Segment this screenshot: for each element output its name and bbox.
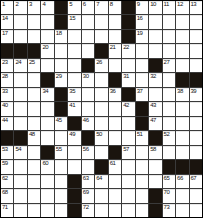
clue-number: 38: [177, 88, 183, 94]
entry-square[interactable]: [163, 117, 175, 130]
clue-number: 54: [15, 146, 21, 152]
black-square: [176, 160, 188, 173]
entry-square[interactable]: [41, 189, 53, 202]
entry-square[interactable]: [82, 44, 94, 57]
entry-square[interactable]: [95, 102, 107, 115]
entry-square[interactable]: [136, 73, 148, 86]
clue-number: 51: [137, 131, 143, 137]
entry-square[interactable]: 49: [68, 131, 80, 144]
entry-square[interactable]: 52: [163, 131, 175, 144]
entry-square[interactable]: 58: [149, 146, 161, 159]
entry-square[interactable]: [122, 175, 134, 188]
clue-number: 57: [123, 146, 129, 152]
entry-square[interactable]: 44: [1, 117, 13, 130]
clue-number: 59: [2, 160, 8, 166]
entry-square[interactable]: 17: [1, 30, 13, 43]
entry-square[interactable]: [41, 117, 53, 130]
black-square: [55, 15, 67, 28]
entry-square[interactable]: 53: [1, 146, 13, 159]
entry-square[interactable]: 14: [1, 15, 13, 28]
entry-square[interactable]: 61: [109, 160, 121, 173]
entry-square[interactable]: [14, 117, 26, 130]
entry-square[interactable]: [68, 73, 80, 86]
entry-square[interactable]: 6: [82, 1, 94, 14]
black-square: [122, 88, 134, 101]
clue-number: 22: [123, 44, 129, 50]
black-square: [14, 131, 26, 144]
clue-number: 43: [150, 102, 156, 108]
entry-square[interactable]: [176, 102, 188, 115]
entry-square[interactable]: 62: [1, 175, 13, 188]
entry-square[interactable]: 29: [55, 73, 67, 86]
entry-square[interactable]: [109, 30, 121, 43]
clue-number: 21: [110, 44, 116, 50]
clue-number: 36: [110, 88, 116, 94]
entry-square[interactable]: [68, 44, 80, 57]
entry-square[interactable]: [14, 204, 26, 217]
entry-square[interactable]: 55: [55, 146, 67, 159]
clue-number: 15: [69, 15, 75, 21]
crossword-puzzle: 1234567891011121314151617181920212223242…: [0, 0, 203, 218]
clue-number: 48: [29, 131, 35, 137]
clue-number: 46: [83, 117, 89, 123]
entry-square[interactable]: [109, 131, 121, 144]
entry-square[interactable]: 33: [1, 88, 13, 101]
clue-number: 70: [164, 189, 170, 195]
entry-square[interactable]: [28, 146, 40, 159]
entry-square[interactable]: [190, 146, 202, 159]
clue-number: 50: [96, 131, 102, 137]
clue-number: 66: [177, 175, 183, 181]
entry-square[interactable]: 5: [68, 1, 80, 14]
black-square: [122, 30, 134, 43]
clue-number: 33: [2, 88, 8, 94]
clue-number: 32: [150, 73, 156, 79]
entry-square[interactable]: [82, 102, 94, 115]
entry-square[interactable]: [149, 30, 161, 43]
entry-square[interactable]: [176, 15, 188, 28]
clue-number: 12: [177, 1, 183, 7]
black-square: [68, 175, 80, 188]
entry-square[interactable]: [68, 146, 80, 159]
entry-square[interactable]: 43: [149, 102, 161, 115]
entry-square[interactable]: [14, 102, 26, 115]
entry-square[interactable]: 21: [109, 44, 121, 57]
black-square: [109, 73, 121, 86]
entry-square[interactable]: [55, 44, 67, 57]
black-square: [136, 117, 148, 130]
black-square: [1, 131, 13, 144]
entry-square[interactable]: [68, 59, 80, 72]
entry-square[interactable]: 40: [1, 102, 13, 115]
entry-square[interactable]: 15: [68, 15, 80, 28]
entry-square[interactable]: [163, 73, 175, 86]
clue-number: 6: [83, 1, 86, 7]
entry-square[interactable]: [163, 88, 175, 101]
entry-square[interactable]: 50: [95, 131, 107, 144]
entry-square[interactable]: [149, 44, 161, 57]
entry-square[interactable]: [190, 102, 202, 115]
entry-square[interactable]: [163, 44, 175, 57]
entry-square[interactable]: [14, 160, 26, 173]
entry-square[interactable]: 12: [176, 1, 188, 14]
entry-square[interactable]: [109, 189, 121, 202]
clue-number: 45: [56, 117, 62, 123]
entry-square[interactable]: [163, 102, 175, 115]
entry-square[interactable]: 9: [136, 1, 148, 14]
entry-square[interactable]: [95, 73, 107, 86]
entry-square[interactable]: 13: [190, 1, 202, 14]
entry-square[interactable]: 71: [1, 204, 13, 217]
entry-square[interactable]: [28, 88, 40, 101]
clue-number: 28: [2, 73, 8, 79]
entry-square[interactable]: [95, 146, 107, 159]
clue-number: 26: [96, 59, 102, 65]
clue-number: 56: [83, 146, 89, 152]
black-square: [41, 146, 53, 159]
entry-square[interactable]: [41, 30, 53, 43]
clue-number: 20: [42, 44, 48, 50]
clue-number: 24: [15, 59, 21, 65]
entry-square[interactable]: 20: [41, 44, 53, 57]
black-square: [14, 44, 26, 57]
clue-number: 1: [2, 1, 5, 7]
entry-square[interactable]: [136, 189, 148, 202]
entry-square[interactable]: [136, 146, 148, 159]
clue-number: 62: [2, 175, 8, 181]
clue-number: 27: [164, 59, 170, 65]
black-square: [68, 204, 80, 217]
clue-number: 61: [110, 160, 116, 166]
entry-square[interactable]: 7: [95, 1, 107, 14]
entry-square[interactable]: [68, 30, 80, 43]
clue-number: 34: [42, 88, 48, 94]
black-square: [68, 117, 80, 130]
entry-square[interactable]: [28, 175, 40, 188]
entry-square[interactable]: [176, 131, 188, 144]
clue-number: 17: [2, 30, 8, 36]
entry-square[interactable]: 16: [136, 15, 148, 28]
entry-square[interactable]: 28: [1, 73, 13, 86]
entry-square[interactable]: [55, 204, 67, 217]
entry-square[interactable]: [149, 15, 161, 28]
entry-square[interactable]: [163, 30, 175, 43]
entry-square[interactable]: [28, 102, 40, 115]
clue-number: 67: [191, 175, 197, 181]
entry-square[interactable]: [176, 146, 188, 159]
entry-square[interactable]: [95, 88, 107, 101]
entry-square[interactable]: 39: [190, 88, 202, 101]
entry-square[interactable]: 37: [136, 88, 148, 101]
entry-square[interactable]: 67: [190, 175, 202, 188]
clue-number: 65: [164, 175, 170, 181]
entry-square[interactable]: 73: [163, 204, 175, 217]
clue-number: 11: [164, 1, 169, 7]
entry-square[interactable]: 57: [122, 146, 134, 159]
black-square: [122, 15, 134, 28]
entry-square[interactable]: 48: [28, 131, 40, 144]
entry-square[interactable]: [136, 59, 148, 72]
entry-square[interactable]: 11: [163, 1, 175, 14]
entry-square[interactable]: 27: [163, 59, 175, 72]
black-square: [28, 44, 40, 57]
entry-square[interactable]: [122, 59, 134, 72]
entry-square[interactable]: [109, 59, 121, 72]
entry-square[interactable]: [41, 102, 53, 115]
entry-square[interactable]: [55, 131, 67, 144]
entry-square[interactable]: [28, 15, 40, 28]
entry-square[interactable]: 36: [109, 88, 121, 101]
entry-square[interactable]: 56: [82, 146, 94, 159]
black-square: [176, 73, 188, 86]
black-square: [149, 59, 161, 72]
black-square: [109, 146, 121, 159]
entry-square[interactable]: [190, 30, 202, 43]
entry-square[interactable]: [28, 117, 40, 130]
entry-square[interactable]: 46: [82, 117, 94, 130]
entry-square[interactable]: [176, 30, 188, 43]
black-square: [68, 189, 80, 202]
entry-square[interactable]: [95, 117, 107, 130]
clue-number: 7: [96, 1, 99, 7]
clue-number: 10: [150, 1, 156, 7]
entry-square[interactable]: [176, 117, 188, 130]
entry-square[interactable]: [14, 88, 26, 101]
entry-square[interactable]: [95, 15, 107, 28]
clue-number: 18: [56, 30, 62, 36]
clue-number: 49: [69, 131, 75, 137]
entry-square[interactable]: [95, 189, 107, 202]
entry-square[interactable]: 2: [14, 1, 26, 14]
entry-square[interactable]: [109, 15, 121, 28]
clue-number: 16: [137, 15, 143, 21]
entry-square[interactable]: [163, 15, 175, 28]
entry-square[interactable]: [14, 189, 26, 202]
entry-square[interactable]: [55, 160, 67, 173]
entry-square[interactable]: [14, 73, 26, 86]
black-square: [149, 189, 161, 202]
entry-square[interactable]: [136, 160, 148, 173]
entry-square[interactable]: [55, 189, 67, 202]
entry-square[interactable]: 8: [109, 1, 121, 14]
clue-number: 72: [83, 204, 89, 210]
clue-number: 13: [191, 1, 197, 7]
entry-square[interactable]: [14, 30, 26, 43]
entry-square[interactable]: 66: [176, 175, 188, 188]
entry-square[interactable]: [28, 189, 40, 202]
entry-square[interactable]: [136, 204, 148, 217]
entry-square[interactable]: [176, 204, 188, 217]
entry-square[interactable]: [82, 30, 94, 43]
entry-square[interactable]: 4: [41, 1, 53, 14]
clue-number: 42: [123, 102, 129, 108]
clue-number: 68: [2, 189, 8, 195]
entry-square[interactable]: [190, 189, 202, 202]
entry-square[interactable]: [176, 44, 188, 57]
entry-square[interactable]: [122, 160, 134, 173]
entry-square[interactable]: [109, 175, 121, 188]
clue-number: 8: [110, 1, 113, 7]
entry-square[interactable]: 19: [136, 30, 148, 43]
entry-square[interactable]: [41, 175, 53, 188]
entry-square[interactable]: [190, 204, 202, 217]
entry-square[interactable]: [41, 204, 53, 217]
clue-number: 5: [69, 1, 72, 7]
clue-number: 14: [2, 15, 8, 21]
clue-number: 35: [69, 88, 75, 94]
black-square: [55, 88, 67, 101]
entry-square[interactable]: 18: [55, 30, 67, 43]
entry-square[interactable]: 32: [149, 73, 161, 86]
entry-square[interactable]: 47: [149, 117, 161, 130]
entry-square[interactable]: 45: [55, 117, 67, 130]
entry-square[interactable]: 38: [176, 88, 188, 101]
entry-square[interactable]: [55, 175, 67, 188]
entry-square[interactable]: [41, 131, 53, 144]
entry-square[interactable]: 68: [1, 189, 13, 202]
entry-square[interactable]: [190, 59, 202, 72]
clue-number: 69: [83, 189, 89, 195]
clue-number: 25: [29, 59, 35, 65]
entry-square[interactable]: [28, 30, 40, 43]
entry-square[interactable]: [28, 160, 40, 173]
black-square: [95, 160, 107, 173]
entry-square[interactable]: [28, 73, 40, 86]
entry-square[interactable]: [41, 59, 53, 72]
entry-square[interactable]: [95, 30, 107, 43]
entry-square[interactable]: 30: [82, 73, 94, 86]
entry-square[interactable]: 41: [68, 102, 80, 115]
black-square: [190, 73, 202, 86]
entry-square[interactable]: [109, 117, 121, 130]
clue-number: 31: [123, 73, 129, 79]
entry-square[interactable]: [176, 189, 188, 202]
entry-square[interactable]: 35: [68, 88, 80, 101]
entry-square[interactable]: [149, 160, 161, 173]
clue-number: 19: [137, 30, 143, 36]
clue-number: 37: [137, 88, 143, 94]
clue-number: 2: [15, 1, 18, 7]
black-square: [136, 102, 148, 115]
entry-square[interactable]: [55, 59, 67, 72]
entry-square[interactable]: [136, 175, 148, 188]
entry-square[interactable]: [82, 15, 94, 28]
clue-number: 4: [42, 1, 45, 7]
clue-number: 63: [83, 175, 89, 181]
black-square: [163, 160, 175, 173]
entry-square[interactable]: [82, 88, 94, 101]
clue-number: 53: [2, 146, 8, 152]
entry-square[interactable]: [14, 15, 26, 28]
entry-square[interactable]: 1: [1, 1, 13, 14]
entry-square[interactable]: [122, 117, 134, 130]
black-square: [149, 131, 161, 144]
entry-square[interactable]: [109, 204, 121, 217]
black-square: [82, 59, 94, 72]
entry-square[interactable]: [122, 204, 134, 217]
entry-square[interactable]: [176, 59, 188, 72]
entry-square[interactable]: [82, 160, 94, 173]
entry-square[interactable]: [41, 15, 53, 28]
black-square: [55, 102, 67, 115]
entry-square[interactable]: 69: [82, 189, 94, 202]
black-square: [190, 160, 202, 173]
entry-square[interactable]: [28, 204, 40, 217]
black-square: [95, 44, 107, 57]
clue-number: 58: [150, 146, 156, 152]
entry-square[interactable]: [149, 175, 161, 188]
black-square: [41, 73, 53, 86]
entry-square[interactable]: [14, 175, 26, 188]
clue-number: 52: [164, 131, 170, 137]
entry-square[interactable]: 22: [122, 44, 134, 57]
clue-number: 9: [137, 1, 140, 7]
entry-square[interactable]: 63: [82, 175, 94, 188]
clue-number: 30: [83, 73, 89, 79]
clue-number: 29: [56, 73, 62, 79]
black-square: [55, 1, 67, 14]
entry-square[interactable]: 24: [14, 59, 26, 72]
entry-square[interactable]: 54: [14, 146, 26, 159]
entry-square[interactable]: 3: [28, 1, 40, 14]
entry-square[interactable]: [122, 189, 134, 202]
clue-number: 60: [42, 160, 48, 166]
crossword-board: 1234567891011121314151617181920212223242…: [0, 0, 203, 218]
entry-square[interactable]: [163, 146, 175, 159]
entry-square[interactable]: [190, 44, 202, 57]
clue-number: 41: [69, 102, 75, 108]
clue-number: 3: [29, 1, 32, 7]
entry-square[interactable]: [190, 117, 202, 130]
black-square: [149, 204, 161, 217]
entry-square[interactable]: 26: [95, 59, 107, 72]
entry-square[interactable]: 42: [122, 102, 134, 115]
entry-square[interactable]: 51: [136, 131, 148, 144]
black-square: [122, 1, 134, 14]
entry-square[interactable]: 65: [163, 175, 175, 188]
clue-number: 64: [96, 175, 102, 181]
clue-number: 44: [2, 117, 8, 123]
entry-square[interactable]: 64: [95, 175, 107, 188]
clue-number: 73: [164, 204, 170, 210]
clue-number: 55: [56, 146, 62, 152]
entry-square[interactable]: 34: [41, 88, 53, 101]
entry-square[interactable]: 23: [1, 59, 13, 72]
clue-number: 23: [2, 59, 8, 65]
entry-square[interactable]: 70: [163, 189, 175, 202]
entry-square[interactable]: [109, 102, 121, 115]
entry-square[interactable]: 59: [1, 160, 13, 173]
entry-square[interactable]: [190, 15, 202, 28]
clue-number: 47: [150, 117, 156, 123]
entry-square[interactable]: 25: [28, 59, 40, 72]
entry-square[interactable]: 10: [149, 1, 161, 14]
entry-square[interactable]: [190, 131, 202, 144]
clue-number: 71: [2, 204, 8, 210]
entry-square[interactable]: 31: [122, 73, 134, 86]
clue-number: 39: [191, 88, 197, 94]
clue-number: 40: [2, 102, 8, 108]
black-square: [82, 131, 94, 144]
entry-square[interactable]: [122, 131, 134, 144]
entry-square[interactable]: [95, 204, 107, 217]
entry-square[interactable]: [149, 88, 161, 101]
entry-square[interactable]: 60: [41, 160, 53, 173]
entry-square[interactable]: 72: [82, 204, 94, 217]
black-square: [1, 44, 13, 57]
entry-square[interactable]: [68, 160, 80, 173]
entry-square[interactable]: [136, 44, 148, 57]
